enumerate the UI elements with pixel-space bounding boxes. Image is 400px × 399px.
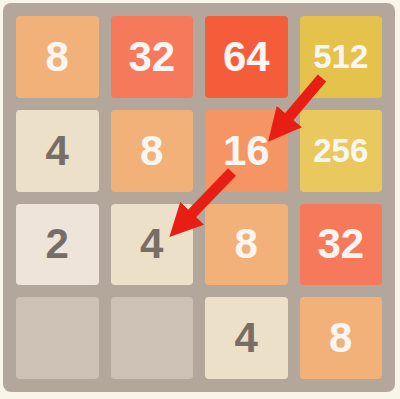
- tile-8-r1c1: 8: [16, 16, 99, 98]
- tile-2-r3c1: 2: [16, 204, 99, 286]
- tile-8-r3c3: 8: [205, 204, 288, 286]
- tile-32-r1c2: 32: [111, 16, 194, 98]
- tile-8-r4c4: 8: [300, 297, 383, 379]
- tile-64-r1c3: 64: [205, 16, 288, 98]
- tile-16-r2c3: 16: [205, 110, 288, 192]
- tile-32-r3c4: 32: [300, 204, 383, 286]
- tile-4-r4c3: 4: [205, 297, 288, 379]
- tile-256-r2c4: 256: [300, 110, 383, 192]
- tile-4-r3c2: 4: [111, 204, 194, 286]
- empty-cell-r4c2: [111, 297, 194, 379]
- app-background: 8326451248162562483248: [0, 0, 400, 399]
- empty-cell-r4c1: [16, 297, 99, 379]
- tile-4-r2c1: 4: [16, 110, 99, 192]
- tile-512-r1c4: 512: [300, 16, 383, 98]
- tile-8-r2c2: 8: [111, 110, 194, 192]
- game-board-2048[interactable]: 8326451248162562483248: [3, 3, 395, 392]
